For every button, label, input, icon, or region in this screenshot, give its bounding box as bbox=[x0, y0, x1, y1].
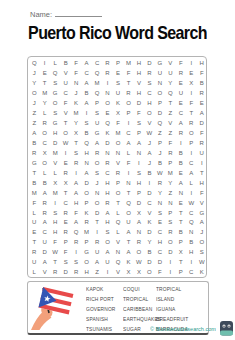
letter-grid: QILBFACRPMHDGVFIHJEQVFCQREFHRUUREFYTSUNA… bbox=[29, 58, 207, 277]
grid-cell: X bbox=[176, 247, 186, 257]
grid-cell: P bbox=[176, 237, 186, 247]
grid-cell: U bbox=[155, 68, 165, 78]
grid-cell: K bbox=[102, 128, 112, 138]
grid-cell: S bbox=[71, 257, 81, 267]
grid-cell: D bbox=[197, 118, 207, 128]
grid-cell: T bbox=[176, 207, 186, 217]
grid-cell: N bbox=[71, 78, 81, 88]
grid-cell: S bbox=[144, 78, 154, 88]
grid-cell: O bbox=[39, 128, 49, 138]
grid-cell: H bbox=[186, 247, 196, 257]
grid-cell: T bbox=[165, 98, 175, 108]
grid-cell: E bbox=[102, 108, 112, 118]
grid-cell: K bbox=[123, 257, 133, 267]
grid-cell: B bbox=[81, 128, 91, 138]
grid-cell: Q bbox=[113, 217, 123, 227]
grid-cell: P bbox=[123, 108, 133, 118]
grid-cell: T bbox=[39, 78, 49, 88]
grid-cell: K bbox=[144, 217, 154, 227]
grid-cell: A bbox=[81, 58, 91, 68]
grid-cell: A bbox=[134, 138, 144, 148]
grid-cell: A bbox=[176, 177, 186, 187]
grid-cell: S bbox=[165, 217, 175, 227]
grid-cell: H bbox=[102, 187, 112, 197]
grid-cell: H bbox=[81, 267, 91, 277]
grid-cell: A bbox=[39, 257, 49, 267]
grid-cell: G bbox=[50, 118, 60, 128]
grid-cell: E bbox=[186, 68, 196, 78]
grid-cell: M bbox=[123, 58, 133, 68]
grid-cell: D bbox=[50, 138, 60, 148]
grid-cell: B bbox=[186, 237, 196, 247]
grid-cell: L bbox=[39, 108, 49, 118]
grid-cell: K bbox=[197, 267, 207, 277]
grid-cell: W bbox=[155, 167, 165, 177]
name-label: Name: bbox=[30, 10, 52, 19]
grid-cell: C bbox=[155, 247, 165, 257]
grid-cell: M bbox=[71, 108, 81, 118]
grid-cell: C bbox=[186, 158, 196, 168]
grid-cell: F bbox=[197, 68, 207, 78]
grid-cell: R bbox=[165, 148, 175, 158]
grid-cell: N bbox=[92, 187, 102, 197]
grid-cell: G bbox=[155, 58, 165, 68]
grid-cell: D bbox=[92, 207, 102, 217]
grid-cell: B bbox=[144, 167, 154, 177]
grid-cell: I bbox=[186, 88, 196, 98]
grid-cell: N bbox=[113, 148, 123, 158]
grid-cell: E bbox=[113, 68, 123, 78]
grid-cell: A bbox=[71, 187, 81, 197]
grid-cell: M bbox=[50, 148, 60, 158]
grid-cell: L bbox=[113, 227, 123, 237]
grid-cell: O bbox=[81, 257, 91, 267]
grid-cell: F bbox=[197, 187, 207, 197]
grid-cell: X bbox=[113, 108, 123, 118]
grid-cell: V bbox=[134, 78, 144, 88]
word-list-item: TSUNAMIS bbox=[86, 325, 115, 335]
grid-cell: F bbox=[197, 128, 207, 138]
grid-cell: D bbox=[134, 98, 144, 108]
grid-cell: F bbox=[186, 98, 196, 108]
grid-cell: N bbox=[155, 78, 165, 88]
grid-cell: Y bbox=[165, 177, 175, 187]
grid-cell: I bbox=[165, 267, 175, 277]
grid-cell: V bbox=[165, 118, 175, 128]
grid-cell: S bbox=[134, 118, 144, 128]
grid-cell: F bbox=[134, 108, 144, 118]
grid-cell: H bbox=[81, 148, 91, 158]
grid-cell: M bbox=[29, 187, 39, 197]
grid-cell: C bbox=[144, 88, 154, 98]
grid-cell: E bbox=[29, 227, 39, 237]
name-row: Name: bbox=[30, 9, 102, 19]
grid-cell: T bbox=[92, 217, 102, 227]
grid-cell: F bbox=[29, 197, 39, 207]
grid-cell: N bbox=[165, 197, 175, 207]
grid-cell: R bbox=[197, 88, 207, 98]
grid-cell: U bbox=[102, 257, 112, 267]
grid-cell: C bbox=[102, 167, 112, 177]
grid-cell: Q bbox=[92, 88, 102, 98]
grid-cell: T bbox=[176, 217, 186, 227]
grid-cell: V bbox=[60, 108, 70, 118]
grid-cell: K bbox=[113, 98, 123, 108]
grid-cell: S bbox=[92, 167, 102, 177]
grid-cell: O bbox=[123, 98, 133, 108]
grid-cell: T bbox=[60, 187, 70, 197]
grid-cell: Q bbox=[186, 217, 196, 227]
word-list-item: GOVERNOR bbox=[86, 305, 115, 315]
grid-cell: O bbox=[29, 88, 39, 98]
grid-cell: P bbox=[165, 207, 175, 217]
grid-cell: N bbox=[155, 197, 165, 207]
grid-cell: O bbox=[186, 128, 196, 138]
grid-cell: Y bbox=[144, 237, 154, 247]
grid-cell: S bbox=[60, 257, 70, 267]
grid-cell: S bbox=[81, 118, 91, 128]
puzzle-title: Puerto Rico Word Search bbox=[0, 22, 235, 43]
grid-cell: B bbox=[155, 158, 165, 168]
grid-cell: N bbox=[186, 227, 196, 237]
grid-cell: G bbox=[50, 88, 60, 98]
grid-cell: F bbox=[123, 68, 133, 78]
grid-cell: U bbox=[176, 88, 186, 98]
grid-cell: I bbox=[102, 267, 112, 277]
grid-cell: O bbox=[134, 247, 144, 257]
grid-cell: F bbox=[165, 138, 175, 148]
grid-cell: R bbox=[71, 237, 81, 247]
grid-cell: A bbox=[102, 207, 112, 217]
grid-cell: T bbox=[60, 118, 70, 128]
grid-cell: M bbox=[81, 227, 91, 237]
grid-cell: P bbox=[81, 237, 91, 247]
grid-cell: V bbox=[113, 267, 123, 277]
grid-cell: A bbox=[81, 167, 91, 177]
grid-cell: I bbox=[39, 58, 49, 68]
grid-cell: I bbox=[71, 247, 81, 257]
letter-grid-box: QILBFACRPMHDGVFIHJEQVFCQREFHRUUREFYTSUNA… bbox=[27, 56, 207, 278]
grid-cell: T bbox=[123, 237, 133, 247]
grid-cell: O bbox=[102, 98, 112, 108]
grid-cell: B bbox=[29, 138, 39, 148]
grid-cell: Q bbox=[102, 118, 112, 128]
grid-cell: X bbox=[134, 207, 144, 217]
grid-cell: C bbox=[92, 58, 102, 68]
grid-cell: U bbox=[92, 118, 102, 128]
grid-cell: V bbox=[144, 207, 154, 217]
grid-cell: Y bbox=[71, 118, 81, 128]
grid-cell: C bbox=[123, 128, 133, 138]
grid-cell: O bbox=[123, 207, 133, 217]
grid-cell: C bbox=[60, 197, 70, 207]
grid-cell: H bbox=[134, 58, 144, 68]
grid-cell: D bbox=[60, 267, 70, 277]
word-list-item: RICH PORT bbox=[86, 295, 115, 305]
grid-cell: C bbox=[176, 108, 186, 118]
grid-cell: Y bbox=[29, 78, 39, 88]
grid-cell: I bbox=[50, 197, 60, 207]
grid-cell: R bbox=[60, 207, 70, 217]
grid-cell: W bbox=[144, 128, 154, 138]
grid-cell: C bbox=[155, 227, 165, 237]
grid-cell: Z bbox=[165, 108, 175, 118]
grid-cell: T bbox=[71, 138, 81, 148]
grid-cell: H bbox=[155, 237, 165, 247]
grid-cell: P bbox=[134, 128, 144, 138]
grid-cell: H bbox=[134, 68, 144, 78]
grid-cell: X bbox=[134, 267, 144, 277]
word-list-item: IGUANA bbox=[156, 305, 188, 315]
grid-cell: A bbox=[186, 167, 196, 177]
grid-cell: P bbox=[113, 177, 123, 187]
grid-cell: S bbox=[50, 78, 60, 88]
grid-cell: A bbox=[81, 78, 91, 88]
grid-cell: S bbox=[102, 227, 112, 237]
grid-cell: L bbox=[50, 167, 60, 177]
grid-cell: U bbox=[29, 217, 39, 227]
grid-cell: D bbox=[81, 177, 91, 187]
grid-cell: C bbox=[186, 267, 196, 277]
grid-cell: R bbox=[39, 207, 49, 217]
grid-cell: Y bbox=[39, 98, 49, 108]
grid-cell: O bbox=[155, 88, 165, 98]
grid-cell: A bbox=[102, 247, 112, 257]
grid-cell: J bbox=[144, 158, 154, 168]
grid-cell: R bbox=[92, 148, 102, 158]
grid-cell: W bbox=[134, 257, 144, 267]
grid-cell: R bbox=[165, 227, 175, 237]
grid-cell: A bbox=[123, 247, 133, 257]
grid-cell: U bbox=[92, 247, 102, 257]
grid-cell: U bbox=[39, 237, 49, 247]
grid-cell: B bbox=[176, 227, 186, 237]
grid-cell: R bbox=[123, 88, 133, 98]
grid-cell: H bbox=[197, 177, 207, 187]
grid-cell: V bbox=[144, 118, 154, 128]
grid-cell: E bbox=[60, 158, 70, 168]
grid-cell: P bbox=[155, 98, 165, 108]
grid-cell: E bbox=[176, 78, 186, 88]
grid-cell: I bbox=[71, 167, 81, 177]
grid-cell: U bbox=[113, 88, 123, 98]
grid-cell: O bbox=[92, 158, 102, 168]
grid-cell: S bbox=[155, 207, 165, 217]
grid-cell: I bbox=[165, 257, 175, 267]
grid-cell: K bbox=[71, 98, 81, 108]
grid-cell: N bbox=[113, 247, 123, 257]
grid-cell: I bbox=[197, 158, 207, 168]
grid-cell: S bbox=[113, 78, 123, 88]
grid-cell: E bbox=[197, 98, 207, 108]
grid-cell: R bbox=[134, 237, 144, 247]
grid-cell: S bbox=[50, 108, 60, 118]
grid-cell: O bbox=[113, 138, 123, 148]
grid-cell: L bbox=[186, 177, 196, 187]
grid-cell: R bbox=[102, 68, 112, 78]
grid-cell: Z bbox=[92, 267, 102, 277]
grid-cell: A bbox=[176, 118, 186, 128]
worksheet-page: Name: Puerto Rico Word Search QILBFACRPM… bbox=[0, 0, 235, 340]
grid-cell: H bbox=[144, 98, 154, 108]
grid-cell: I bbox=[81, 108, 91, 118]
grid-cell: L bbox=[123, 148, 133, 158]
grid-cell: D bbox=[144, 58, 154, 68]
grid-cell: O bbox=[165, 237, 175, 247]
grid-cell: A bbox=[39, 217, 49, 227]
grid-cell: V bbox=[113, 237, 123, 247]
grid-cell: R bbox=[29, 247, 39, 257]
grid-cell: N bbox=[102, 148, 112, 158]
grid-cell: G bbox=[197, 207, 207, 217]
grid-cell: B bbox=[29, 177, 39, 187]
grid-cell: I bbox=[60, 148, 70, 158]
grid-cell: H bbox=[50, 217, 60, 227]
grid-cell: I bbox=[176, 138, 186, 148]
grid-cell: E bbox=[176, 98, 186, 108]
grid-cell: T bbox=[50, 257, 60, 267]
grid-cell: E bbox=[176, 167, 186, 177]
word-list-column-1: KAPOKRICH PORTGOVERNORSPANISHTSUNAMIS bbox=[86, 285, 115, 335]
grid-cell: X bbox=[71, 128, 81, 138]
grid-cell: C bbox=[39, 227, 49, 237]
grid-cell: R bbox=[144, 68, 154, 78]
grid-cell: B bbox=[144, 247, 154, 257]
grid-cell: V bbox=[165, 58, 175, 68]
grid-cell: B bbox=[197, 78, 207, 88]
grid-cell: J bbox=[71, 88, 81, 98]
grid-cell: T bbox=[123, 78, 133, 88]
grid-cell: X bbox=[186, 78, 196, 88]
grid-cell: T bbox=[29, 237, 39, 247]
grid-cell: F bbox=[71, 68, 81, 78]
grid-cell: F bbox=[176, 58, 186, 68]
grid-cell: R bbox=[81, 217, 91, 227]
grid-cell: N bbox=[102, 88, 112, 98]
grid-cell: Y bbox=[155, 187, 165, 197]
grid-cell: F bbox=[60, 98, 70, 108]
grid-cell: E bbox=[176, 197, 186, 207]
grid-cell: N bbox=[134, 227, 144, 237]
grid-cell: O bbox=[144, 108, 154, 118]
grid-cell: C bbox=[39, 138, 49, 148]
grid-cell: F bbox=[71, 58, 81, 68]
grid-cell: S bbox=[50, 207, 60, 217]
grid-cell: C bbox=[186, 207, 196, 217]
grid-cell: P bbox=[81, 197, 91, 207]
grid-cell: N bbox=[81, 158, 91, 168]
grid-cell: O bbox=[50, 98, 60, 108]
grid-cell: A bbox=[29, 128, 39, 138]
grid-cell: A bbox=[134, 217, 144, 227]
grid-cell: O bbox=[144, 267, 154, 277]
grid-cell: A bbox=[197, 217, 207, 227]
grid-cell: V bbox=[60, 68, 70, 78]
grid-cell: Z bbox=[165, 187, 175, 197]
name-blank-line bbox=[55, 9, 102, 17]
grid-cell: K bbox=[81, 207, 91, 217]
grid-cell: B bbox=[60, 58, 70, 68]
grid-cell: P bbox=[186, 138, 196, 148]
grid-cell: I bbox=[186, 58, 196, 68]
word-list-item: TROPICAL bbox=[156, 285, 188, 295]
grid-cell: L bbox=[50, 58, 60, 68]
grid-cell: O bbox=[102, 237, 112, 247]
grid-cell: I bbox=[186, 148, 196, 158]
grid-cell: V bbox=[113, 158, 123, 168]
grid-cell: B bbox=[39, 177, 49, 187]
grid-cell: A bbox=[71, 217, 81, 227]
grid-cell: O bbox=[81, 187, 91, 197]
grid-cell: H bbox=[134, 88, 144, 98]
grid-cell: H bbox=[102, 217, 112, 227]
grid-cell: X bbox=[50, 177, 60, 187]
grid-cell: I bbox=[102, 78, 112, 88]
grid-cell: G bbox=[92, 128, 102, 138]
grid-cell: R bbox=[186, 118, 196, 128]
grid-cell: A bbox=[81, 98, 91, 108]
grid-cell: N bbox=[176, 187, 186, 197]
grid-cell: F bbox=[113, 118, 123, 128]
grid-cell: T bbox=[197, 167, 207, 177]
grid-cell: T bbox=[186, 108, 196, 118]
grid-cell: A bbox=[123, 227, 133, 237]
grid-cell: N bbox=[134, 148, 144, 158]
grid-cell: Q bbox=[155, 118, 165, 128]
grid-cell: C bbox=[144, 197, 154, 207]
grid-cell: I bbox=[144, 177, 154, 187]
grid-cell: C bbox=[60, 88, 70, 98]
grid-cell: G bbox=[81, 247, 91, 257]
grid-cell: Y bbox=[165, 78, 175, 88]
grid-cell: D bbox=[102, 138, 112, 148]
grid-cell: O bbox=[60, 128, 70, 138]
grid-cell: S bbox=[92, 108, 102, 118]
grid-cell: L bbox=[113, 207, 123, 217]
watermark-credit: © Monsterwordsearch.com bbox=[150, 326, 216, 332]
grid-cell: Z bbox=[29, 108, 39, 118]
grid-cell: W bbox=[197, 257, 207, 267]
grid-cell: P bbox=[176, 267, 186, 277]
grid-cell: A bbox=[123, 138, 133, 148]
grid-cell: U bbox=[197, 148, 207, 158]
grid-cell: P bbox=[134, 187, 144, 197]
grid-cell: N bbox=[123, 177, 133, 187]
word-list-item: KAPOK bbox=[86, 285, 115, 295]
grid-cell: T bbox=[176, 257, 186, 267]
grid-cell: A bbox=[197, 108, 207, 118]
grid-cell: Z bbox=[155, 128, 165, 138]
grid-cell: U bbox=[29, 257, 39, 267]
monster-mascot-icon bbox=[219, 320, 234, 337]
grid-cell: L bbox=[29, 267, 39, 277]
grid-cell: B bbox=[81, 88, 91, 98]
grid-cell: E bbox=[60, 217, 70, 227]
grid-cell: O bbox=[39, 158, 49, 168]
grid-cell: A bbox=[144, 148, 154, 158]
grid-cell: R bbox=[29, 148, 39, 158]
grid-cell: D bbox=[134, 197, 144, 207]
grid-cell: R bbox=[39, 197, 49, 207]
grid-cell: R bbox=[71, 267, 81, 277]
grid-cell: Q bbox=[71, 227, 81, 237]
grid-cell: U bbox=[60, 78, 70, 88]
grid-cell: H bbox=[50, 128, 60, 138]
grid-cell: D bbox=[144, 227, 154, 237]
grid-cell: R bbox=[176, 128, 186, 138]
word-list-item: BREADFRUIT bbox=[156, 315, 188, 325]
grid-cell: A bbox=[92, 138, 102, 148]
